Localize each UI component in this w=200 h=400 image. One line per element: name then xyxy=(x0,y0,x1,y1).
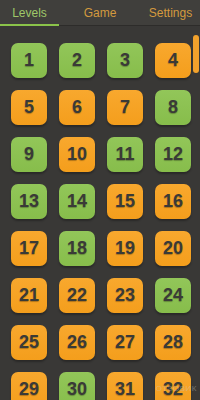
level-tile-21[interactable]: 21 xyxy=(11,278,47,313)
level-tile-3[interactable]: 3 xyxy=(107,43,143,78)
tab-game[interactable]: Game xyxy=(59,0,141,25)
level-tile-5[interactable]: 5 xyxy=(11,90,47,125)
level-tile-19[interactable]: 19 xyxy=(107,231,143,266)
level-tile-27[interactable]: 27 xyxy=(107,325,143,360)
level-tile-20[interactable]: 20 xyxy=(155,231,191,266)
level-tile-4[interactable]: 4 xyxy=(155,43,191,78)
scrollbar-thumb[interactable] xyxy=(193,35,199,73)
level-tile-22[interactable]: 22 xyxy=(59,278,95,313)
level-tile-30[interactable]: 30 xyxy=(59,372,95,400)
level-tile-17[interactable]: 17 xyxy=(11,231,47,266)
level-tile-18[interactable]: 18 xyxy=(59,231,95,266)
level-tile-28[interactable]: 28 xyxy=(155,325,191,360)
tab-bar: Levels Game Settings xyxy=(0,0,200,26)
level-tile-16[interactable]: 16 xyxy=(155,184,191,219)
level-tile-29[interactable]: 29 xyxy=(11,372,47,400)
tab-settings[interactable]: Settings xyxy=(141,0,200,25)
level-tile-1[interactable]: 1 xyxy=(11,43,47,78)
level-tile-15[interactable]: 15 xyxy=(107,184,143,219)
level-tile-26[interactable]: 26 xyxy=(59,325,95,360)
level-tile-25[interactable]: 25 xyxy=(11,325,47,360)
active-tab-underline xyxy=(0,24,59,26)
level-tile-8[interactable]: 8 xyxy=(155,90,191,125)
level-tile-10[interactable]: 10 xyxy=(59,137,95,172)
level-tile-23[interactable]: 23 xyxy=(107,278,143,313)
level-tile-31[interactable]: 31 xyxy=(107,372,143,400)
level-grid: 1234567891011121314151617181920212223242… xyxy=(11,43,191,400)
level-tile-24[interactable]: 24 xyxy=(155,278,191,313)
level-tile-13[interactable]: 13 xyxy=(11,184,47,219)
level-tile-11[interactable]: 11 xyxy=(107,137,143,172)
level-tile-2[interactable]: 2 xyxy=(59,43,95,78)
level-tile-6[interactable]: 6 xyxy=(59,90,95,125)
level-tile-12[interactable]: 12 xyxy=(155,137,191,172)
level-tile-9[interactable]: 9 xyxy=(11,137,47,172)
tab-levels[interactable]: Levels xyxy=(0,0,59,25)
level-tile-14[interactable]: 14 xyxy=(59,184,95,219)
level-tile-7[interactable]: 7 xyxy=(107,90,143,125)
level-tile-32[interactable]: 32 xyxy=(155,372,191,400)
